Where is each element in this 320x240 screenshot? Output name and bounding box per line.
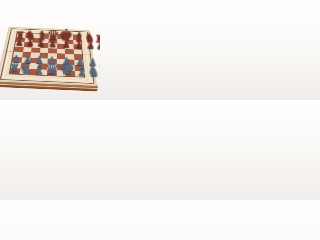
piece-cell-b1: ♞ [20,64,33,76]
piece-cell-d6 [46,47,59,50]
piece-cell-e7: ♟ [59,43,73,49]
piece-red-pawn[interactable]: ♟ [62,39,71,49]
piece-red-pawn[interactable]: ♟ [37,38,46,48]
piece-cell-d1: ♛ [45,65,59,77]
photo-scene: ♜♞♝♛♚♝♞♜♟♟♟♟♟♟♟♟♟♟♟♟♟♟♟♟♜♞♝♛♚♝♞♜ [0,0,100,100]
piece-cell-f7: ♟ [73,43,85,49]
piece-red-pawn[interactable]: ♟ [25,37,34,47]
piece-blue-bishop[interactable]: ♝ [75,63,88,78]
piece-red-pawn[interactable]: ♟ [15,37,24,47]
piece-blue-king[interactable]: ♚ [59,59,75,77]
piece-red-pawn[interactable]: ♟ [49,38,58,48]
piece-blue-knight[interactable]: ♞ [87,64,100,78]
piece-red-pawn[interactable]: ♟ [86,40,95,50]
piece-cell-c1: ♝ [32,64,45,76]
piece-cell-d5 [46,50,59,53]
piece-cell-a7: ♟ [14,41,25,47]
piece-cell-f1: ♝ [74,66,87,78]
piece-cell-e1: ♚ [59,66,75,78]
board-pieces: ♜♞♝♛♚♝♞♜♟♟♟♟♟♟♟♟♟♟♟♟♟♟♟♟♜♞♝♛♚♝♞♜ [9,32,85,78]
piece-blue-bishop[interactable]: ♝ [32,61,45,76]
piece-cell-g7: ♟ [84,44,95,50]
piece-red-pawn[interactable]: ♟ [75,39,84,49]
piece-cell-h7: ♟ [95,44,100,50]
piece-blue-queen[interactable]: ♛ [45,60,60,76]
piece-cell-a1: ♜ [9,63,22,74]
piece-cell-c7: ♟ [35,41,47,47]
board-front-edge [0,81,98,91]
piece-cell-e6 [59,48,73,51]
piece-blue-knight[interactable]: ♞ [20,61,33,75]
piece-blue-rook[interactable]: ♜ [9,62,21,75]
chess-board: ♜♞♝♛♚♝♞♜♟♟♟♟♟♟♟♟♟♟♟♟♟♟♟♟♜♞♝♛♚♝♞♜ [0,27,97,86]
piece-cell-g1: ♞ [86,67,99,79]
piece-red-pawn[interactable]: ♟ [96,40,100,50]
piece-cell-b7: ♟ [24,41,36,47]
